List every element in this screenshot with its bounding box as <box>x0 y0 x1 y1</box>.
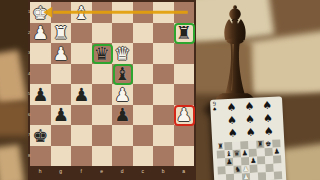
rank-label-6: 6 <box>28 105 31 126</box>
rank-coordinates: 12345678 <box>28 2 31 166</box>
spade-pip-icon: ♠ <box>244 100 255 113</box>
square-e1[interactable] <box>92 2 113 23</box>
file-label-c: c <box>133 167 154 175</box>
square-g8[interactable] <box>51 146 72 167</box>
photo-right-area: 9 ♠ ♠♠♠♠♠♠♠♠♠ ♜♜♚♝♛♟♟♟♟♞♟♟ <box>196 0 320 180</box>
square-b8[interactable] <box>153 146 174 167</box>
square-h6[interactable] <box>30 105 51 126</box>
rank-label-2: 2 <box>28 23 31 44</box>
square-f4[interactable] <box>71 64 92 85</box>
chess-piece-bP: ♟ <box>114 104 130 126</box>
square-h8[interactable] <box>30 146 51 167</box>
file-label-b: b <box>153 167 174 175</box>
rank-label-7: 7 <box>28 125 31 146</box>
chess-piece-bP: ♟ <box>53 104 69 126</box>
square-c2[interactable] <box>133 23 154 44</box>
square-d6[interactable]: ♟ <box>112 105 133 126</box>
square-c3[interactable] <box>133 43 154 64</box>
square-e2[interactable] <box>92 23 113 44</box>
chess-piece-wB: ♝ <box>73 2 89 24</box>
square-f7[interactable] <box>71 125 92 146</box>
queen-crown <box>224 19 245 40</box>
square-f6[interactable] <box>71 105 92 126</box>
spade-pip-icon: ♠ <box>245 113 256 126</box>
square-a5[interactable] <box>174 84 195 105</box>
chess-piece-wP: ♟ <box>176 104 192 126</box>
square-f5[interactable]: ♟ <box>71 84 92 105</box>
square-c4[interactable] <box>133 64 154 85</box>
wood-patch <box>0 144 25 180</box>
square-b4[interactable] <box>153 64 174 85</box>
chess-piece-bR: ♜ <box>176 22 192 44</box>
chess-piece-wQ: ♛ <box>114 43 130 65</box>
square-c7[interactable] <box>133 125 154 146</box>
square-b5[interactable] <box>153 84 174 105</box>
file-label-a: a <box>174 167 195 175</box>
wood-patch <box>0 50 27 106</box>
square-h4[interactable] <box>30 64 51 85</box>
thumbnail-stage: ♚♝♟♜♜♟♛♛♝♟♟♟♟♟♟♚ hgfedcba 12345678 <box>0 0 320 180</box>
square-d3[interactable]: ♛ <box>112 43 133 64</box>
chess-piece-bK: ♚ <box>32 125 48 147</box>
square-a1[interactable] <box>174 2 195 23</box>
mini-square <box>274 179 282 180</box>
square-a6[interactable]: ♟ <box>174 105 195 126</box>
square-a2[interactable]: ♜ <box>174 23 195 44</box>
photo-left-strip <box>0 0 28 180</box>
square-h2[interactable]: ♟ <box>30 23 51 44</box>
chess-piece-wR: ♜ <box>53 22 69 44</box>
square-c5[interactable] <box>133 84 154 105</box>
spade-pip-icon: ♠ <box>227 114 238 127</box>
square-b3[interactable] <box>153 43 174 64</box>
file-label-d: d <box>112 167 133 175</box>
square-b6[interactable] <box>153 105 174 126</box>
square-a7[interactable] <box>174 125 195 146</box>
square-e6[interactable] <box>92 105 113 126</box>
square-f8[interactable] <box>71 146 92 167</box>
file-label-g: g <box>51 167 72 175</box>
chess-piece-wP: ♟ <box>114 84 130 106</box>
spade-pip-icon: ♠ <box>228 127 239 140</box>
square-g6[interactable]: ♟ <box>51 105 72 126</box>
square-f3[interactable] <box>71 43 92 64</box>
square-b7[interactable] <box>153 125 174 146</box>
square-g4[interactable] <box>51 64 72 85</box>
rank-label-1: 1 <box>28 2 31 23</box>
square-c1[interactable] <box>133 2 154 23</box>
square-d5[interactable]: ♟ <box>112 84 133 105</box>
square-d4[interactable]: ♝ <box>112 64 133 85</box>
queen-orb <box>229 8 241 20</box>
square-b1[interactable] <box>153 2 174 23</box>
square-f2[interactable] <box>71 23 92 44</box>
square-a3[interactable] <box>174 43 195 64</box>
file-label-e: e <box>92 167 113 175</box>
queen-stem <box>225 42 244 94</box>
wood-patch <box>0 102 28 136</box>
square-h5[interactable]: ♟ <box>30 84 51 105</box>
square-e4[interactable] <box>92 64 113 85</box>
square-f1[interactable]: ♝ <box>71 2 92 23</box>
chess-board: ♚♝♟♜♜♟♛♛♝♟♟♟♟♟♟♚ <box>30 2 194 166</box>
spade-pip-icon: ♠ <box>262 99 273 112</box>
file-label-f: f <box>71 167 92 175</box>
square-a4[interactable] <box>174 64 195 85</box>
rank-label-4: 4 <box>28 64 31 85</box>
rank-label-8: 8 <box>28 146 31 167</box>
square-e7[interactable] <box>92 125 113 146</box>
square-d2[interactable] <box>112 23 133 44</box>
chess-piece-bP: ♟ <box>73 84 89 106</box>
chess-piece-wP: ♟ <box>32 22 48 44</box>
chess-piece-wK: ♚ <box>32 2 48 24</box>
chess-piece-wP: ♟ <box>53 43 69 65</box>
square-g5[interactable] <box>51 84 72 105</box>
wood-patch <box>0 0 28 53</box>
square-e8[interactable] <box>92 146 113 167</box>
square-g3[interactable]: ♟ <box>51 43 72 64</box>
mini-piece: ♟ <box>243 173 250 180</box>
chess-piece-bB: ♝ <box>114 63 130 85</box>
rank-label-3: 3 <box>28 43 31 64</box>
square-h7[interactable]: ♚ <box>30 125 51 146</box>
square-a8[interactable] <box>174 146 195 167</box>
square-h1[interactable]: ♚ <box>30 2 51 23</box>
square-e3[interactable]: ♛ <box>92 43 113 64</box>
square-d1[interactable] <box>112 2 133 23</box>
square-c8[interactable] <box>133 146 154 167</box>
square-e5[interactable] <box>92 84 113 105</box>
playing-card: 9 ♠ ♠♠♠♠♠♠♠♠♠ ♜♜♚♝♛♟♟♟♟♞♟♟ <box>210 96 287 180</box>
square-g2[interactable]: ♜ <box>51 23 72 44</box>
square-d7[interactable] <box>112 125 133 146</box>
square-b2[interactable] <box>153 23 174 44</box>
square-g7[interactable] <box>51 125 72 146</box>
mini-chess-diagram: ♜♜♚♝♛♟♟♟♟♞♟♟ <box>216 139 282 180</box>
spade-pip-icon: ♠ <box>263 112 274 125</box>
card-pip-grid: ♠♠♠♠♠♠♠♠♠ <box>222 98 280 140</box>
chess-piece-bP: ♟ <box>32 84 48 106</box>
spade-icon: ♠ <box>212 107 217 112</box>
chess-board-frame: ♚♝♟♜♜♟♛♛♝♟♟♟♟♟♟♚ hgfedcba 12345678 <box>28 0 196 180</box>
chess-piece-bQ: ♛ <box>94 43 110 65</box>
square-c6[interactable] <box>133 105 154 126</box>
card-corner-index: 9 ♠ <box>212 101 217 112</box>
spade-pip-icon: ♠ <box>226 101 237 114</box>
file-label-h: h <box>30 167 51 175</box>
rank-label-5: 5 <box>28 84 31 105</box>
square-h3[interactable] <box>30 43 51 64</box>
square-d8[interactable] <box>112 146 133 167</box>
spade-pip-icon: ♠ <box>245 126 256 139</box>
square-g1[interactable] <box>51 2 72 23</box>
spade-pip-icon: ♠ <box>263 125 274 138</box>
file-coordinates: hgfedcba <box>30 167 194 175</box>
